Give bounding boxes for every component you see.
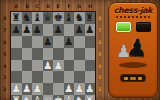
black-pawn: ♟ bbox=[33, 24, 42, 36]
rank-label-5: 5 bbox=[3, 49, 8, 59]
file-label-e: E bbox=[54, 2, 62, 9]
white-rook: ♜ bbox=[12, 95, 21, 100]
file-label-c: C bbox=[33, 2, 41, 9]
white-pawn: ♟ bbox=[33, 83, 42, 95]
rank-labels-left: 87654321 bbox=[2, 12, 8, 100]
square-g8[interactable]: ♞ bbox=[74, 12, 85, 24]
black-turn-indicator bbox=[136, 22, 151, 32]
square-f5[interactable] bbox=[64, 48, 75, 60]
black-queen: ♛ bbox=[43, 12, 52, 24]
square-f1[interactable]: ♝ bbox=[64, 95, 75, 100]
square-e3[interactable] bbox=[53, 71, 64, 83]
black-knight: ♞ bbox=[75, 12, 84, 24]
square-b8[interactable]: ♞ bbox=[22, 12, 33, 24]
square-b5[interactable] bbox=[22, 48, 33, 60]
file-label-g: G bbox=[75, 2, 83, 9]
rank-label-8: 8 bbox=[98, 13, 103, 23]
white-pawn: ♟ bbox=[75, 83, 84, 95]
square-e2[interactable] bbox=[53, 83, 64, 95]
rank-label-1: 1 bbox=[98, 96, 103, 100]
square-e7[interactable]: ♟ bbox=[53, 24, 64, 36]
rank-label-2: 2 bbox=[3, 85, 8, 95]
square-h4[interactable] bbox=[85, 60, 96, 72]
file-label-a: A bbox=[12, 2, 20, 9]
white-queen: ♛ bbox=[43, 95, 52, 100]
white-bishop: ♝ bbox=[33, 95, 42, 100]
white-knight: ♞ bbox=[75, 95, 84, 100]
square-f4[interactable] bbox=[64, 60, 75, 72]
rank-label-5: 5 bbox=[98, 49, 103, 59]
square-f7[interactable] bbox=[64, 24, 75, 36]
rank-label-8: 8 bbox=[3, 13, 8, 23]
square-d2[interactable] bbox=[43, 83, 54, 95]
rank-label-6: 6 bbox=[3, 37, 8, 47]
square-d4[interactable]: ♟ bbox=[43, 60, 54, 72]
rank-label-2: 2 bbox=[98, 85, 103, 95]
square-b1[interactable]: ♞ bbox=[22, 95, 33, 100]
square-h8[interactable]: ♜ bbox=[85, 12, 96, 24]
square-g3[interactable] bbox=[74, 71, 85, 83]
black-rook: ♜ bbox=[12, 12, 21, 24]
white-pawn: ♟ bbox=[64, 83, 73, 95]
white-king: ♚ bbox=[54, 95, 63, 100]
status-led-icon bbox=[138, 77, 142, 80]
square-d7[interactable] bbox=[43, 24, 54, 36]
black-pawn: ♟ bbox=[64, 36, 73, 48]
rank-label-3: 3 bbox=[98, 73, 103, 83]
mascot-art: ♟ ♟ bbox=[109, 35, 157, 72]
status-display bbox=[120, 74, 146, 82]
tagline-decoration bbox=[116, 16, 150, 18]
square-a1[interactable]: ♜ bbox=[11, 95, 22, 100]
square-h3[interactable] bbox=[85, 71, 96, 83]
rank-label-1: 1 bbox=[3, 96, 8, 100]
file-labels: ABCDEFGH bbox=[11, 1, 95, 10]
square-d3[interactable] bbox=[43, 71, 54, 83]
square-f3[interactable] bbox=[64, 71, 75, 83]
square-g5[interactable] bbox=[74, 48, 85, 60]
square-f6[interactable]: ♟ bbox=[64, 36, 75, 48]
square-g2[interactable]: ♟ bbox=[74, 83, 85, 95]
file-label-f: F bbox=[65, 2, 73, 9]
square-f2[interactable]: ♟ bbox=[64, 83, 75, 95]
square-e8[interactable]: ♚ bbox=[53, 12, 64, 24]
file-label-d: D bbox=[44, 2, 52, 9]
square-h6[interactable] bbox=[85, 36, 96, 48]
rank-label-7: 7 bbox=[3, 25, 8, 35]
black-pawn: ♟ bbox=[12, 24, 21, 36]
white-turn-indicator bbox=[116, 22, 131, 32]
square-h2[interactable]: ♟ bbox=[85, 83, 96, 95]
square-c7[interactable]: ♟ bbox=[32, 24, 43, 36]
white-rook: ♜ bbox=[85, 95, 94, 100]
rank-label-4: 4 bbox=[3, 61, 8, 71]
chess-app-window: ABCDEFGH 87654321 87654321 ♜♞♝♛♚♝♞♜♟♟♟♟♟… bbox=[0, 0, 160, 100]
black-pawn: ♟ bbox=[22, 24, 31, 36]
side-panel: chess-jak ♟ ♟ bbox=[108, 2, 158, 98]
rank-labels-right: 87654321 bbox=[97, 12, 103, 100]
square-h7[interactable]: ♟ bbox=[85, 24, 96, 36]
square-e1[interactable]: ♚ bbox=[53, 95, 64, 100]
square-c1[interactable]: ♝ bbox=[32, 95, 43, 100]
square-b3[interactable] bbox=[22, 71, 33, 83]
square-a2[interactable]: ♟ bbox=[11, 83, 22, 95]
white-bishop: ♝ bbox=[64, 95, 73, 100]
square-g6[interactable] bbox=[74, 36, 85, 48]
square-a6[interactable] bbox=[11, 36, 22, 48]
square-a4[interactable] bbox=[11, 60, 22, 72]
chess-board: ♜♞♝♛♚♝♞♜♟♟♟♟♟♟♟♟♟♟♟♟♟♟♟♟♜♞♝♛♚♝♞♜ bbox=[11, 12, 95, 100]
app-title: chess-jak bbox=[109, 6, 157, 15]
black-pawn-icon: ♟ bbox=[125, 35, 148, 60]
black-king: ♚ bbox=[54, 12, 63, 24]
square-b6[interactable] bbox=[22, 36, 33, 48]
rank-label-7: 7 bbox=[98, 25, 103, 35]
turn-indicators bbox=[109, 22, 157, 32]
file-label-h: H bbox=[86, 2, 94, 9]
file-label-b: B bbox=[23, 2, 31, 9]
square-b2[interactable]: ♟ bbox=[22, 83, 33, 95]
rank-label-6: 6 bbox=[98, 37, 103, 47]
square-c3[interactable] bbox=[32, 71, 43, 83]
white-pawn: ♟ bbox=[43, 60, 52, 72]
rank-label-4: 4 bbox=[98, 61, 103, 71]
square-c4[interactable] bbox=[32, 60, 43, 72]
square-a7[interactable]: ♟ bbox=[11, 24, 22, 36]
square-b4[interactable] bbox=[22, 60, 33, 72]
black-pawn: ♟ bbox=[75, 24, 84, 36]
square-e6[interactable] bbox=[53, 36, 64, 48]
square-b7[interactable]: ♟ bbox=[22, 24, 33, 36]
black-rook: ♜ bbox=[85, 12, 94, 24]
white-pawn: ♟ bbox=[22, 83, 31, 95]
white-knight: ♞ bbox=[22, 95, 31, 100]
square-a3[interactable] bbox=[11, 71, 22, 83]
square-c8[interactable]: ♝ bbox=[32, 12, 43, 24]
square-e4[interactable]: ♟ bbox=[53, 60, 64, 72]
square-g4[interactable] bbox=[74, 60, 85, 72]
square-d6[interactable]: ♟ bbox=[43, 36, 54, 48]
mascot-shadow bbox=[119, 62, 147, 68]
rank-label-3: 3 bbox=[3, 73, 8, 83]
square-d1[interactable]: ♛ bbox=[43, 95, 54, 100]
square-e5[interactable] bbox=[53, 48, 64, 60]
square-g1[interactable]: ♞ bbox=[74, 95, 85, 100]
black-bishop: ♝ bbox=[64, 12, 73, 24]
black-bishop: ♝ bbox=[33, 12, 42, 24]
square-g7[interactable]: ♟ bbox=[74, 24, 85, 36]
square-h1[interactable]: ♜ bbox=[85, 95, 96, 100]
white-pawn: ♟ bbox=[85, 83, 94, 95]
black-knight: ♞ bbox=[22, 12, 31, 24]
square-c2[interactable]: ♟ bbox=[32, 83, 43, 95]
status-led-icon bbox=[124, 77, 128, 80]
square-c5[interactable] bbox=[32, 48, 43, 60]
square-a5[interactable] bbox=[11, 48, 22, 60]
status-led-icon bbox=[130, 77, 136, 80]
square-d5[interactable] bbox=[43, 48, 54, 60]
white-pawn: ♟ bbox=[12, 83, 21, 95]
square-f8[interactable]: ♝ bbox=[64, 12, 75, 24]
white-pawn: ♟ bbox=[54, 60, 63, 72]
square-d8[interactable]: ♛ bbox=[43, 12, 54, 24]
black-pawn: ♟ bbox=[43, 36, 52, 48]
black-pawn: ♟ bbox=[85, 24, 94, 36]
square-a8[interactable]: ♜ bbox=[11, 12, 22, 24]
black-pawn: ♟ bbox=[54, 24, 63, 36]
square-h5[interactable] bbox=[85, 48, 96, 60]
square-c6[interactable] bbox=[32, 36, 43, 48]
